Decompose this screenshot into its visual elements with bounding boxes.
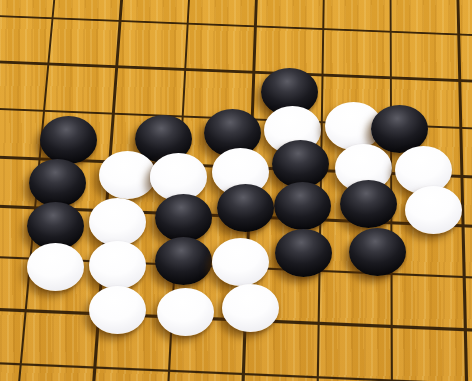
black-stone[interactable] [349,228,406,276]
white-stone[interactable] [89,198,146,246]
white-stone[interactable] [89,286,146,334]
white-stone[interactable] [27,243,84,291]
white-stone[interactable] [212,238,269,286]
black-stone[interactable] [155,194,212,242]
black-stone[interactable] [155,237,212,285]
white-stone[interactable] [222,284,279,332]
black-stone[interactable] [275,229,332,277]
white-stone[interactable] [405,186,462,234]
white-stone[interactable] [157,288,214,336]
black-stone[interactable] [274,182,331,230]
black-stone[interactable] [217,184,274,232]
black-stone[interactable] [29,159,86,207]
black-stone[interactable] [272,140,329,188]
white-stone[interactable] [89,241,146,289]
white-stone[interactable] [99,151,156,199]
stone-layer [0,0,472,381]
black-stone[interactable] [340,180,397,228]
go-board-photo [0,0,472,381]
black-stone[interactable] [40,116,97,164]
